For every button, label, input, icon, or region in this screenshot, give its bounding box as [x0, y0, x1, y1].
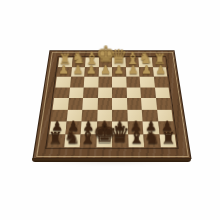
square [53, 98, 69, 109]
square: ♛ [112, 134, 128, 147]
square: ♝ [128, 134, 145, 147]
square [51, 109, 67, 121]
square: ♟ [65, 121, 81, 134]
square [126, 77, 140, 87]
square: ♟ [96, 121, 112, 134]
white-bishop: ♝ [119, 50, 145, 67]
square [70, 77, 85, 87]
white-bishop: ♝ [79, 50, 105, 67]
square: ♟ [49, 121, 66, 134]
square [55, 77, 70, 87]
square [67, 98, 83, 109]
square: ♟ [158, 121, 175, 134]
square [127, 98, 142, 109]
square: ♝ [125, 58, 139, 67]
square [98, 77, 112, 87]
square [112, 87, 127, 98]
square: ♟ [57, 67, 72, 77]
square [153, 77, 168, 87]
square: ♟ [71, 67, 85, 77]
square: ♟ [84, 67, 98, 77]
square [112, 109, 127, 121]
square [98, 87, 113, 98]
square [141, 98, 157, 109]
square [54, 87, 70, 98]
square: ♜ [152, 58, 166, 67]
square: ♜ [48, 134, 65, 147]
square: ♞ [64, 134, 81, 147]
white-knight: ♞ [132, 51, 158, 66]
square [140, 87, 155, 98]
white-rook: ♜ [52, 52, 78, 66]
white-rook: ♜ [146, 52, 172, 66]
square [66, 109, 82, 121]
square: ♟ [112, 67, 126, 77]
square: ♝ [85, 58, 99, 67]
square [112, 98, 127, 109]
square: ♟ [152, 67, 167, 77]
square: ♚ [99, 58, 112, 67]
white-queen: ♛ [105, 47, 131, 67]
square [84, 77, 98, 87]
square [142, 109, 158, 121]
square [97, 98, 112, 109]
square: ♝ [80, 134, 97, 147]
square [112, 77, 126, 87]
square: ♟ [125, 67, 139, 77]
square: ♜ [58, 58, 72, 67]
square: ♞ [72, 58, 86, 67]
white-king: ♚ [92, 45, 118, 67]
square [154, 87, 170, 98]
black-rook: ♜ [40, 130, 72, 147]
chess-board: ♜♞♝♚♛♝♞♜♟♟♟♟♟♟♟♟♟♟♟♟♟♟♟♟♜♞♝♚♛♝♞♜ [32, 50, 191, 159]
square [127, 109, 143, 121]
board-scene: ♜♞♝♚♛♝♞♜♟♟♟♟♟♟♟♟♟♟♟♟♟♟♟♟♜♞♝♚♛♝♞♜ [42, 28, 182, 168]
square [126, 87, 141, 98]
square [97, 109, 112, 121]
square: ♜ [159, 134, 176, 147]
square [82, 98, 97, 109]
black-bishop: ♝ [72, 126, 104, 146]
white-knight: ♞ [65, 51, 91, 66]
square: ♞ [143, 134, 160, 147]
square: ♛ [112, 58, 125, 67]
square [156, 98, 172, 109]
black-bishop: ♝ [120, 126, 152, 146]
square [69, 87, 84, 98]
square [157, 109, 173, 121]
square: ♟ [112, 121, 128, 134]
black-rook: ♜ [152, 130, 184, 147]
square [140, 77, 155, 87]
square: ♟ [98, 67, 112, 77]
photo-canvas: ♜♞♝♚♛♝♞♜♟♟♟♟♟♟♟♟♟♟♟♟♟♟♟♟♜♞♝♚♛♝♞♜ [0, 0, 220, 220]
square: ♚ [96, 134, 112, 147]
square: ♟ [143, 121, 159, 134]
square: ♟ [139, 67, 153, 77]
square: ♞ [138, 58, 152, 67]
square: ♟ [127, 121, 143, 134]
square [81, 109, 97, 121]
square: ♟ [81, 121, 97, 134]
square [83, 87, 98, 98]
